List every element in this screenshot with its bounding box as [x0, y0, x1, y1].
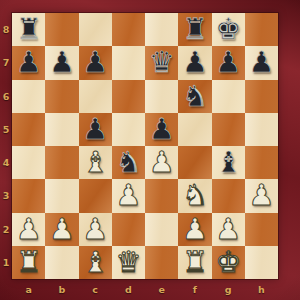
black-rook: ♜ — [182, 13, 208, 46]
square-c1[interactable]: ♝ — [79, 246, 112, 279]
square-c4[interactable]: ♝ — [79, 146, 112, 179]
square-d7[interactable] — [112, 46, 145, 79]
square-g1[interactable]: ♚ — [212, 246, 245, 279]
square-f2[interactable]: ♟ — [178, 213, 211, 246]
rank-label-3: 3 — [0, 179, 12, 212]
black-pawn: ♟ — [182, 46, 208, 79]
file-label-d: d — [112, 281, 145, 300]
square-b3[interactable] — [45, 179, 78, 212]
file-label-f: f — [178, 281, 211, 300]
square-h2[interactable] — [245, 213, 278, 246]
chess-board: ♜♜♚♟♟♟♛♟♟♟♞♟♟♝♞♟♝♟♞♟♟♟♟♟♟♜♝♛♜♚ — [12, 13, 278, 279]
square-f7[interactable]: ♟ — [178, 46, 211, 79]
rank-label-4: 4 — [0, 146, 12, 179]
square-g5[interactable] — [212, 113, 245, 146]
square-b6[interactable] — [45, 80, 78, 113]
square-e3[interactable] — [145, 179, 178, 212]
white-bishop: ♝ — [82, 246, 108, 279]
black-knight: ♞ — [182, 80, 208, 113]
square-e5[interactable]: ♟ — [145, 113, 178, 146]
square-a3[interactable] — [12, 179, 45, 212]
square-f3[interactable]: ♞ — [178, 179, 211, 212]
square-g6[interactable] — [212, 80, 245, 113]
square-h6[interactable] — [245, 80, 278, 113]
square-a2[interactable]: ♟ — [12, 213, 45, 246]
file-label-a: a — [12, 281, 45, 300]
square-f4[interactable] — [178, 146, 211, 179]
square-d6[interactable] — [112, 80, 145, 113]
rank-label-7: 7 — [0, 46, 12, 79]
rank-label-6: 6 — [0, 80, 12, 113]
white-pawn: ♟ — [182, 213, 208, 246]
black-pawn: ♟ — [215, 46, 241, 79]
square-a6[interactable] — [12, 80, 45, 113]
white-knight: ♞ — [182, 179, 208, 212]
chess-board-frame: ♜♜♚♟♟♟♛♟♟♟♞♟♟♝♞♟♝♟♞♟♟♟♟♟♟♜♝♛♜♚ 87654321 … — [0, 0, 300, 300]
white-bishop: ♝ — [82, 146, 108, 179]
white-pawn: ♟ — [82, 213, 108, 246]
file-label-h: h — [245, 281, 278, 300]
file-label-b: b — [45, 281, 78, 300]
square-e7[interactable]: ♛ — [145, 46, 178, 79]
square-c3[interactable] — [79, 179, 112, 212]
black-pawn: ♟ — [149, 113, 175, 146]
square-c5[interactable]: ♟ — [79, 113, 112, 146]
white-pawn: ♟ — [115, 179, 141, 212]
rank-label-8: 8 — [0, 13, 12, 46]
square-b8[interactable] — [45, 13, 78, 46]
square-g2[interactable]: ♟ — [212, 213, 245, 246]
square-h3[interactable]: ♟ — [245, 179, 278, 212]
black-bishop: ♝ — [215, 146, 241, 179]
black-pawn: ♟ — [16, 46, 42, 79]
black-queen: ♛ — [149, 46, 175, 79]
square-e1[interactable] — [145, 246, 178, 279]
white-queen: ♛ — [115, 246, 141, 279]
white-pawn: ♟ — [149, 146, 175, 179]
square-e4[interactable]: ♟ — [145, 146, 178, 179]
square-a7[interactable]: ♟ — [12, 46, 45, 79]
white-king: ♚ — [215, 246, 241, 279]
square-a4[interactable] — [12, 146, 45, 179]
square-c8[interactable] — [79, 13, 112, 46]
square-f1[interactable]: ♜ — [178, 246, 211, 279]
rank-label-2: 2 — [0, 213, 12, 246]
square-f8[interactable]: ♜ — [178, 13, 211, 46]
square-g3[interactable] — [212, 179, 245, 212]
square-d3[interactable]: ♟ — [112, 179, 145, 212]
square-d1[interactable]: ♛ — [112, 246, 145, 279]
square-d5[interactable] — [112, 113, 145, 146]
square-c6[interactable] — [79, 80, 112, 113]
square-h4[interactable] — [245, 146, 278, 179]
square-e2[interactable] — [145, 213, 178, 246]
black-rook: ♜ — [16, 13, 42, 46]
white-rook: ♜ — [182, 246, 208, 279]
square-d2[interactable] — [112, 213, 145, 246]
square-f5[interactable] — [178, 113, 211, 146]
white-pawn: ♟ — [215, 213, 241, 246]
rank-label-5: 5 — [0, 113, 12, 146]
file-label-c: c — [79, 281, 112, 300]
square-g7[interactable]: ♟ — [212, 46, 245, 79]
black-knight: ♞ — [115, 146, 141, 179]
square-d8[interactable] — [112, 13, 145, 46]
file-label-g: g — [212, 281, 245, 300]
square-b1[interactable] — [45, 246, 78, 279]
square-h1[interactable] — [245, 246, 278, 279]
square-b2[interactable]: ♟ — [45, 213, 78, 246]
square-b7[interactable]: ♟ — [45, 46, 78, 79]
white-rook: ♜ — [16, 246, 42, 279]
file-label-e: e — [145, 281, 178, 300]
square-h7[interactable]: ♟ — [245, 46, 278, 79]
square-e6[interactable] — [145, 80, 178, 113]
black-pawn: ♟ — [82, 46, 108, 79]
rank-label-1: 1 — [0, 246, 12, 279]
white-pawn: ♟ — [16, 213, 42, 246]
black-pawn: ♟ — [248, 46, 274, 79]
square-g8[interactable]: ♚ — [212, 13, 245, 46]
black-king: ♚ — [215, 13, 241, 46]
square-a8[interactable]: ♜ — [12, 13, 45, 46]
white-pawn: ♟ — [248, 179, 274, 212]
square-h8[interactable] — [245, 13, 278, 46]
white-pawn: ♟ — [49, 213, 75, 246]
square-c7[interactable]: ♟ — [79, 46, 112, 79]
square-a5[interactable] — [12, 113, 45, 146]
black-pawn: ♟ — [82, 113, 108, 146]
square-b5[interactable] — [45, 113, 78, 146]
black-pawn: ♟ — [49, 46, 75, 79]
square-f6[interactable]: ♞ — [178, 80, 211, 113]
square-g4[interactable]: ♝ — [212, 146, 245, 179]
square-h5[interactable] — [245, 113, 278, 146]
square-b4[interactable] — [45, 146, 78, 179]
square-d4[interactable]: ♞ — [112, 146, 145, 179]
square-e8[interactable] — [145, 13, 178, 46]
square-c2[interactable]: ♟ — [79, 213, 112, 246]
square-a1[interactable]: ♜ — [12, 246, 45, 279]
